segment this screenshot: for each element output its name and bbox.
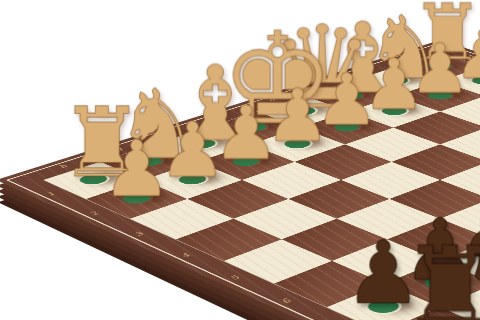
black-rook-icon: ♜ xyxy=(399,232,480,320)
white-pawn-icon: ♟ xyxy=(101,130,173,208)
scene: hhggffeeddccbbaa1122334455667788 ♜♞♝♛♚♝♞… xyxy=(0,0,480,320)
chess-board: hhggffeeddccbbaa1122334455667788 ♜♞♝♛♚♝♞… xyxy=(0,40,480,320)
